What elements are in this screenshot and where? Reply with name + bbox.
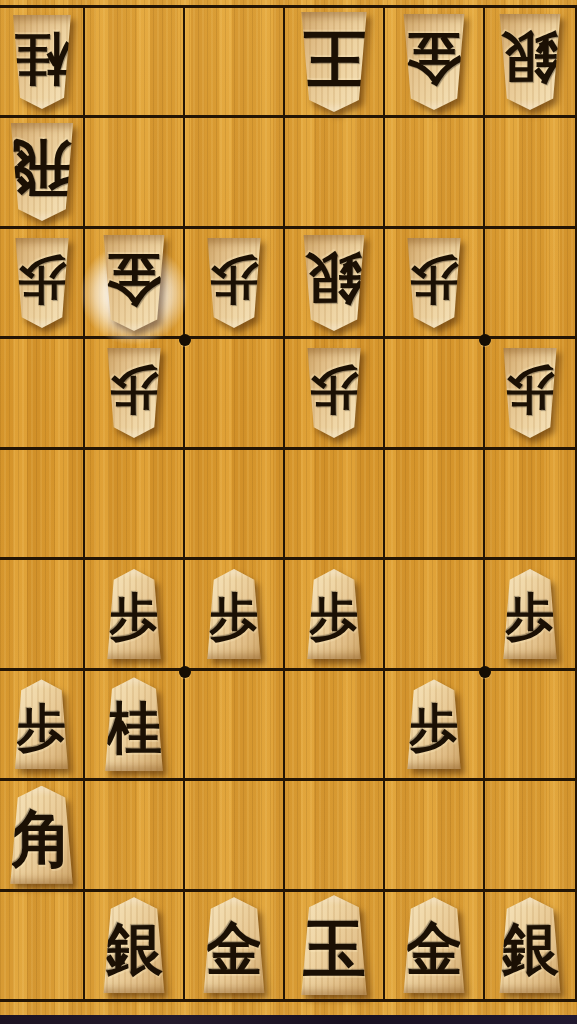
piece-body: 歩	[99, 569, 169, 659]
piece-body: 歩	[399, 679, 469, 769]
square-3二[interactable]	[485, 118, 577, 228]
piece-kanji: 歩	[109, 365, 159, 415]
piece-kanji: 玉	[302, 917, 366, 981]
piece-gote-knight[interactable]: 桂	[4, 15, 80, 109]
square-5四[interactable]: 歩	[285, 339, 385, 449]
piece-kanji: 歩	[505, 592, 555, 642]
piece-kanji: 歩	[17, 254, 67, 304]
piece-sente-gold[interactable]: 金	[394, 897, 474, 993]
square-7八[interactable]	[85, 781, 185, 891]
square-8三[interactable]: 歩	[0, 229, 85, 339]
square-4六[interactable]	[385, 560, 485, 670]
square-3三[interactable]	[485, 229, 577, 339]
piece-kanji: 歩	[209, 592, 259, 642]
square-4二[interactable]	[385, 118, 485, 228]
piece-gote-gold[interactable]: 金	[394, 14, 474, 110]
piece-body: 角	[1, 786, 83, 884]
piece-kanji: 飛	[11, 138, 72, 199]
square-3七[interactable]	[485, 671, 577, 781]
square-4七[interactable]: 歩	[385, 671, 485, 781]
piece-kanji: 銀	[105, 920, 163, 978]
piece-kanji: 歩	[309, 365, 359, 415]
square-7一[interactable]	[85, 8, 185, 118]
piece-body: 金	[394, 14, 474, 110]
square-5五[interactable]	[285, 450, 385, 560]
shogi-board-screen: 桂王金銀飛歩金歩銀歩歩歩歩歩歩歩歩歩桂歩角銀金玉金銀	[0, 0, 577, 1024]
piece-kanji: 金	[205, 920, 263, 978]
square-5六[interactable]: 歩	[285, 560, 385, 670]
square-5三[interactable]: 銀	[285, 229, 385, 339]
square-3一[interactable]: 銀	[485, 8, 577, 118]
board-grid: 桂王金銀飛歩金歩銀歩歩歩歩歩歩歩歩歩桂歩角銀金玉金銀	[0, 5, 577, 1002]
square-7六[interactable]: 歩	[85, 560, 185, 670]
piece-body: 桂	[96, 677, 172, 771]
square-8九[interactable]	[0, 892, 85, 1002]
piece-sente-silver[interactable]: 銀	[490, 897, 570, 993]
square-6三[interactable]: 歩	[185, 229, 285, 339]
piece-kanji: 金	[105, 250, 163, 308]
piece-kanji: 金	[405, 920, 463, 978]
star-point-dot	[179, 666, 191, 678]
piece-kanji: 銀	[305, 250, 363, 308]
piece-kanji: 銀	[501, 29, 559, 87]
piece-sente-silver[interactable]: 銀	[94, 897, 174, 993]
square-3九[interactable]: 銀	[485, 892, 577, 1002]
square-6七[interactable]	[185, 671, 285, 781]
piece-kanji: 歩	[309, 592, 359, 642]
piece-gote-pawn[interactable]: 歩	[7, 238, 77, 328]
square-6一[interactable]	[185, 8, 285, 118]
square-3六[interactable]: 歩	[485, 560, 577, 670]
square-6二[interactable]	[185, 118, 285, 228]
square-4三[interactable]: 歩	[385, 229, 485, 339]
piece-gote-pawn[interactable]: 歩	[199, 238, 269, 328]
piece-sente-bishop[interactable]: 角	[1, 786, 83, 884]
square-4四[interactable]	[385, 339, 485, 449]
square-5七[interactable]	[285, 671, 385, 781]
piece-body: 玉	[291, 895, 377, 995]
board-bottom-edge	[0, 1002, 577, 1015]
piece-sente-pawn[interactable]: 歩	[495, 569, 565, 659]
piece-body: 金	[94, 235, 174, 331]
piece-body: 桂	[4, 15, 80, 109]
piece-kanji: 銀	[501, 920, 559, 978]
square-5一[interactable]: 王	[285, 8, 385, 118]
square-8八[interactable]: 角	[0, 781, 85, 891]
piece-kanji: 金	[405, 29, 463, 87]
piece-body: 歩	[495, 348, 565, 438]
piece-sente-gold[interactable]: 金	[194, 897, 274, 993]
square-8二[interactable]: 飛	[0, 118, 85, 228]
piece-kanji: 角	[11, 808, 73, 870]
piece-kanji: 歩	[409, 254, 459, 304]
square-8七[interactable]: 歩	[0, 671, 85, 781]
piece-kanji: 桂	[14, 30, 70, 86]
square-7三[interactable]: 金	[85, 229, 185, 339]
square-6六[interactable]: 歩	[185, 560, 285, 670]
square-3四[interactable]: 歩	[485, 339, 577, 449]
square-5九[interactable]: 玉	[285, 892, 385, 1002]
piece-kanji: 歩	[109, 592, 159, 642]
piece-body: 銀	[490, 14, 570, 110]
piece-sente-pawn[interactable]: 歩	[299, 569, 369, 659]
piece-body: 歩	[299, 348, 369, 438]
square-7二[interactable]	[85, 118, 185, 228]
table-background	[0, 1015, 577, 1024]
piece-gote-rook[interactable]: 飛	[1, 123, 83, 221]
square-7四[interactable]: 歩	[85, 339, 185, 449]
piece-gote-gold[interactable]: 金	[94, 235, 174, 331]
piece-body: 歩	[199, 238, 269, 328]
square-6八[interactable]	[185, 781, 285, 891]
piece-body: 歩	[7, 238, 77, 328]
square-4八[interactable]	[385, 781, 485, 891]
piece-body: 歩	[299, 569, 369, 659]
piece-body: 金	[394, 897, 474, 993]
square-6四[interactable]	[185, 339, 285, 449]
piece-body: 歩	[199, 569, 269, 659]
piece-gote-silver[interactable]: 銀	[294, 235, 374, 331]
piece-sente-pawn[interactable]: 歩	[199, 569, 269, 659]
piece-gote-pawn[interactable]: 歩	[99, 348, 169, 438]
square-8六[interactable]	[0, 560, 85, 670]
square-8五[interactable]	[0, 450, 85, 560]
square-3五[interactable]	[485, 450, 577, 560]
piece-body: 銀	[94, 897, 174, 993]
square-7五[interactable]	[85, 450, 185, 560]
piece-kanji: 歩	[505, 365, 555, 415]
star-point-dot	[479, 666, 491, 678]
piece-body: 金	[194, 897, 274, 993]
square-8一[interactable]: 桂	[0, 8, 85, 118]
piece-body: 歩	[495, 569, 565, 659]
square-4一[interactable]: 金	[385, 8, 485, 118]
piece-body: 銀	[294, 235, 374, 331]
piece-gote-pawn[interactable]: 歩	[495, 348, 565, 438]
piece-kanji: 桂	[106, 700, 162, 756]
square-4九[interactable]: 金	[385, 892, 485, 1002]
piece-sente-pawn[interactable]: 歩	[7, 679, 77, 769]
square-6九[interactable]: 金	[185, 892, 285, 1002]
square-5八[interactable]	[285, 781, 385, 891]
square-6五[interactable]	[185, 450, 285, 560]
piece-gote-king[interactable]: 王	[291, 12, 377, 112]
piece-sente-pawn[interactable]: 歩	[99, 569, 169, 659]
square-7九[interactable]: 銀	[85, 892, 185, 1002]
piece-body: 歩	[7, 679, 77, 769]
square-5二[interactable]	[285, 118, 385, 228]
piece-sente-king[interactable]: 玉	[291, 895, 377, 995]
piece-body: 銀	[490, 897, 570, 993]
piece-body: 飛	[1, 123, 83, 221]
piece-body: 歩	[399, 238, 469, 328]
piece-kanji: 歩	[209, 254, 259, 304]
piece-sente-pawn[interactable]: 歩	[399, 679, 469, 769]
piece-kanji: 歩	[17, 703, 67, 753]
piece-body: 歩	[99, 348, 169, 438]
square-8四[interactable]	[0, 339, 85, 449]
piece-gote-pawn[interactable]: 歩	[299, 348, 369, 438]
piece-sente-knight[interactable]: 桂	[96, 677, 172, 771]
piece-gote-silver[interactable]: 銀	[490, 14, 570, 110]
square-7七[interactable]: 桂	[85, 671, 185, 781]
piece-body: 王	[291, 12, 377, 112]
square-4五[interactable]	[385, 450, 485, 560]
piece-kanji: 王	[302, 26, 366, 90]
piece-gote-pawn[interactable]: 歩	[399, 238, 469, 328]
piece-kanji: 歩	[409, 703, 459, 753]
square-3八[interactable]	[485, 781, 577, 891]
